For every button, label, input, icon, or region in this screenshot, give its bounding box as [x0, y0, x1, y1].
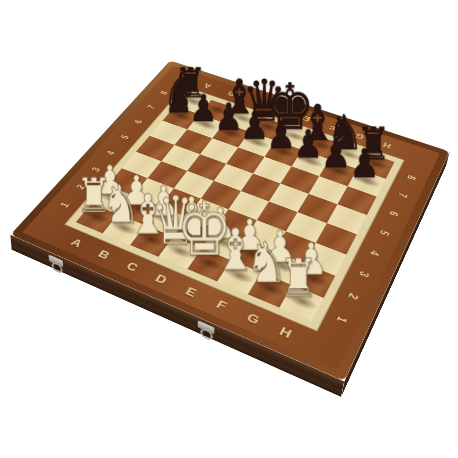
black-pawn-d7: ♟ — [240, 107, 269, 145]
black-pawn-h7: ♟ — [349, 143, 379, 183]
scene: ABCDEFGH ABCDEFGH 12345678 12345678 ♜♞♝♛… — [0, 0, 458, 458]
black-pawn-e7: ♟ — [266, 116, 295, 154]
chess-board: ABCDEFGH ABCDEFGH 12345678 12345678 ♜♞♝♛… — [10, 61, 449, 382]
clasp-left-icon — [48, 254, 63, 267]
black-pawn-c7: ♟ — [214, 98, 242, 135]
chess-set-photo: ABCDEFGH ABCDEFGH 12345678 12345678 ♜♞♝♛… — [0, 0, 458, 458]
black-pawn-f7: ♟ — [293, 125, 322, 164]
white-rook-h1: ♜ — [278, 252, 318, 304]
black-pawn-b7: ♟ — [189, 90, 217, 127]
black-pawn-g7: ♟ — [321, 134, 351, 173]
clasp-right-icon — [197, 320, 214, 334]
